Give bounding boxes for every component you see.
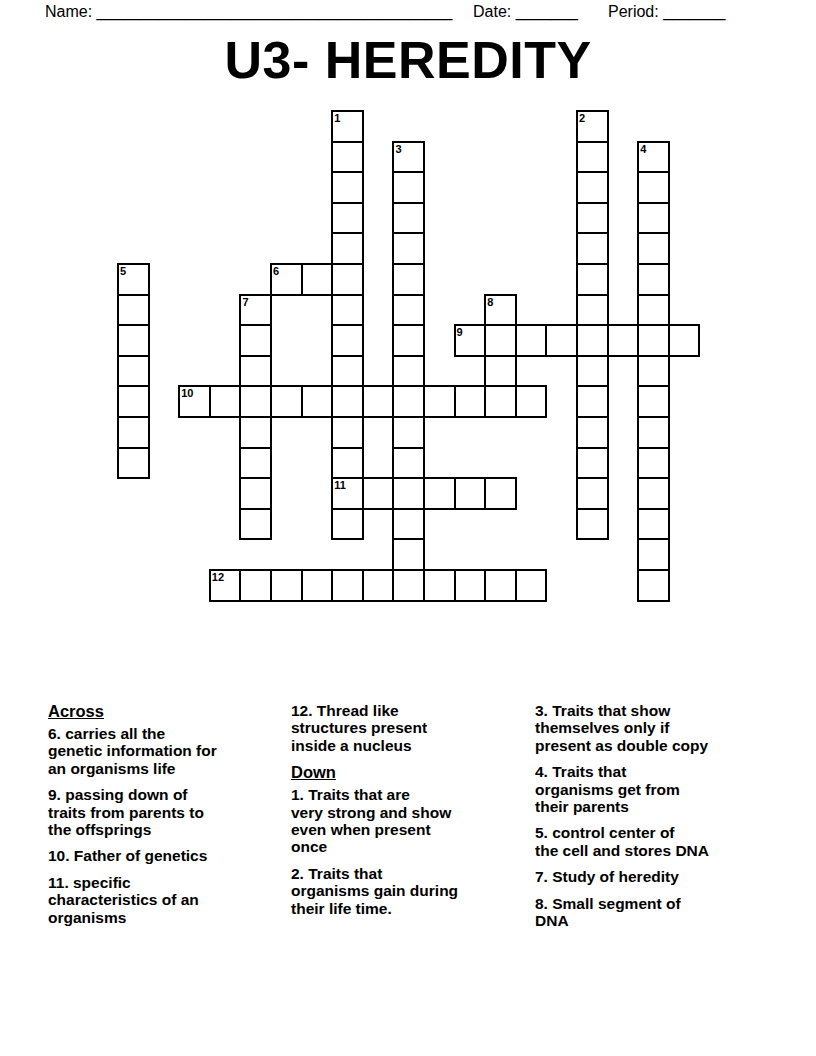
period-label: Period:: [608, 3, 659, 20]
grid-cell-r1c7[interactable]: [331, 141, 364, 174]
grid-cell-r7c12[interactable]: [484, 324, 517, 357]
grid-cell-r7c9[interactable]: [392, 324, 425, 357]
clue-item-12: 12. Thread like structures present insid…: [291, 702, 511, 754]
grid-number-1: 1: [334, 113, 340, 124]
grid-cell-r9c17[interactable]: [637, 385, 670, 418]
grid-cell-r11c9[interactable]: [392, 447, 425, 480]
clue-column-3: 3. Traits that show themselves only if p…: [535, 702, 773, 938]
grid-cell-r15c9[interactable]: [392, 569, 425, 602]
grid-cell-r11c15[interactable]: [576, 447, 609, 480]
grid-cell-r15c6[interactable]: [301, 569, 334, 602]
grid-cell-r5c9[interactable]: [392, 263, 425, 296]
grid-cell-r13c17[interactable]: [637, 508, 670, 541]
grid-cell-r4c7[interactable]: [331, 232, 364, 265]
grid-cell-r2c17[interactable]: [637, 171, 670, 204]
grid-cell-r5c6[interactable]: [301, 263, 334, 296]
grid-number-7: 7: [242, 297, 248, 308]
grid-cell-r12c17[interactable]: [637, 477, 670, 510]
period-blank[interactable]: _______: [663, 3, 725, 20]
grid-cell-r7c16[interactable]: [607, 324, 640, 357]
grid-cell-r9c0[interactable]: [117, 385, 150, 418]
grid-cell-r12c15[interactable]: [576, 477, 609, 510]
grid-cell-r9c12[interactable]: [484, 385, 517, 418]
grid-cell-r8c12[interactable]: [484, 355, 517, 388]
clue-item-9: 9. passing down of traits from parents t…: [48, 786, 278, 838]
down-section-header: Down: [291, 763, 511, 781]
grid-number-12: 12: [212, 572, 224, 583]
grid-cell-r9c13[interactable]: [515, 385, 548, 418]
grid-cell-r13c7[interactable]: [331, 508, 364, 541]
clue-item-4: 4. Traits that organisms get from their …: [535, 763, 773, 815]
grid-cell-r11c4[interactable]: [239, 447, 272, 480]
grid-number-3: 3: [395, 144, 401, 155]
grid-number-5: 5: [120, 266, 126, 277]
grid-cell-r15c17[interactable]: [637, 569, 670, 602]
grid-cell-r7c18[interactable]: [668, 324, 701, 357]
grid-cell-r10c15[interactable]: [576, 416, 609, 449]
clue-item-8: 8. Small segment of DNA: [535, 895, 773, 930]
grid-cell-r10c0[interactable]: [117, 416, 150, 449]
grid-cell-r10c4[interactable]: [239, 416, 272, 449]
grid-cell-r4c9[interactable]: [392, 232, 425, 265]
grid-cell-r12c9[interactable]: [392, 477, 425, 510]
grid-cell-r11c17[interactable]: [637, 447, 670, 480]
grid-cell-r8c15[interactable]: [576, 355, 609, 388]
grid-cell-r5c7[interactable]: [331, 263, 364, 296]
crossword-worksheet-page: { "game": "crossword", "title": "U3- HER…: [0, 0, 816, 1056]
grid-cell-r8c4[interactable]: [239, 355, 272, 388]
grid-cell-r6c17[interactable]: [637, 294, 670, 327]
grid-cell-r15c10[interactable]: [423, 569, 456, 602]
grid-cell-r12c10[interactable]: [423, 477, 456, 510]
grid-number-11: 11: [334, 480, 346, 491]
grid-cell-r13c9[interactable]: [392, 508, 425, 541]
grid-cell-r9c9[interactable]: [392, 385, 425, 418]
grid-cell-r15c8[interactable]: [362, 569, 395, 602]
grid-cell-r7c0[interactable]: [117, 324, 150, 357]
grid-cell-r12c12[interactable]: [484, 477, 517, 510]
grid-cell-r3c7[interactable]: [331, 202, 364, 235]
grid-cell-r7c7[interactable]: [331, 324, 364, 357]
grid-cell-r8c17[interactable]: [637, 355, 670, 388]
clue-item-11: 11. specific characteristics of an organ…: [48, 874, 278, 926]
grid-cell-r15c7[interactable]: [331, 569, 364, 602]
clue-item-3: 3. Traits that show themselves only if p…: [535, 702, 773, 754]
crossword-grid: 123456789101112: [117, 110, 699, 600]
grid-cell-r8c7[interactable]: [331, 355, 364, 388]
grid-cell-r9c4[interactable]: [239, 385, 272, 418]
grid-cell-r15c13[interactable]: [515, 569, 548, 602]
grid-cell-r7c17[interactable]: [637, 324, 670, 357]
grid-cell-r9c6[interactable]: [301, 385, 334, 418]
grid-cell-r7c4[interactable]: [239, 324, 272, 357]
grid-cell-r14c17[interactable]: [637, 538, 670, 571]
grid-cell-r15c4[interactable]: [239, 569, 272, 602]
grid-cell-r6c7[interactable]: [331, 294, 364, 327]
clue-item-7: 7. Study of heredity: [535, 868, 773, 885]
clue-item-6: 6. carries all the genetic information f…: [48, 725, 278, 777]
grid-cell-r6c9[interactable]: [392, 294, 425, 327]
period-field: Period: _______: [608, 3, 725, 21]
grid-cell-r9c11[interactable]: [454, 385, 487, 418]
grid-cell-r7c13[interactable]: [515, 324, 548, 357]
grid-cell-r5c15[interactable]: [576, 263, 609, 296]
name-blank[interactable]: ________________________________________: [97, 3, 453, 20]
grid-number-10: 10: [181, 388, 193, 399]
grid-cell-r2c7[interactable]: [331, 171, 364, 204]
clue-column-2: 12. Thread like structures present insid…: [291, 702, 511, 926]
clue-item-5: 5. control center of the cell and stores…: [535, 824, 773, 859]
clue-item-10: 10. Father of genetics: [48, 847, 278, 864]
grid-number-8: 8: [487, 297, 493, 308]
grid-cell-r15c12[interactable]: [484, 569, 517, 602]
grid-cell-r6c15[interactable]: [576, 294, 609, 327]
grid-cell-r3c17[interactable]: [637, 202, 670, 235]
date-label: Date:: [473, 3, 511, 20]
grid-cell-r13c15[interactable]: [576, 508, 609, 541]
grid-cell-r10c9[interactable]: [392, 416, 425, 449]
grid-cell-r4c17[interactable]: [637, 232, 670, 265]
grid-cell-r2c15[interactable]: [576, 171, 609, 204]
grid-cell-r9c15[interactable]: [576, 385, 609, 418]
date-field: Date: _______: [473, 3, 578, 21]
grid-cell-r12c8[interactable]: [362, 477, 395, 510]
clue-column-1: Across6. carries all the genetic informa…: [48, 702, 278, 935]
grid-number-2: 2: [579, 113, 585, 124]
grid-cell-r13c4[interactable]: [239, 508, 272, 541]
grid-number-6: 6: [273, 266, 279, 277]
page-title: U3- HEREDITY: [0, 33, 816, 87]
grid-cell-r9c8[interactable]: [362, 385, 395, 418]
grid-cell-r9c3[interactable]: [209, 385, 242, 418]
grid-cell-r10c7[interactable]: [331, 416, 364, 449]
grid-cell-r12c11[interactable]: [454, 477, 487, 510]
grid-cell-r11c7[interactable]: [331, 447, 364, 480]
date-blank[interactable]: _______: [516, 3, 578, 20]
grid-cell-r12c4[interactable]: [239, 477, 272, 510]
grid-cell-r7c14[interactable]: [545, 324, 578, 357]
name-field: Name: __________________________________…: [45, 3, 453, 21]
grid-number-4: 4: [640, 144, 646, 155]
grid-cell-r1c15[interactable]: [576, 141, 609, 174]
grid-cell-r3c9[interactable]: [392, 202, 425, 235]
grid-cell-r9c7[interactable]: [331, 385, 364, 418]
grid-cell-r14c9[interactable]: [392, 538, 425, 571]
grid-cell-r11c0[interactable]: [117, 447, 150, 480]
grid-cell-r7c15[interactable]: [576, 324, 609, 357]
clue-item-2: 2. Traits that organisms gain during the…: [291, 865, 511, 917]
grid-cell-r2c9[interactable]: [392, 171, 425, 204]
grid-cell-r6c0[interactable]: [117, 294, 150, 327]
grid-cell-r15c5[interactable]: [270, 569, 303, 602]
grid-cell-r15c11[interactable]: [454, 569, 487, 602]
across-section-header: Across: [48, 702, 278, 720]
grid-cell-r10c17[interactable]: [637, 416, 670, 449]
grid-cell-r3c15[interactable]: [576, 202, 609, 235]
grid-cell-r9c10[interactable]: [423, 385, 456, 418]
name-label: Name:: [45, 3, 92, 20]
grid-cell-r8c9[interactable]: [392, 355, 425, 388]
grid-cell-r4c15[interactable]: [576, 232, 609, 265]
clue-item-1: 1. Traits that are very strong and show …: [291, 786, 511, 856]
grid-cell-r9c5[interactable]: [270, 385, 303, 418]
grid-cell-r8c0[interactable]: [117, 355, 150, 388]
grid-number-9: 9: [457, 327, 463, 338]
grid-cell-r5c17[interactable]: [637, 263, 670, 296]
